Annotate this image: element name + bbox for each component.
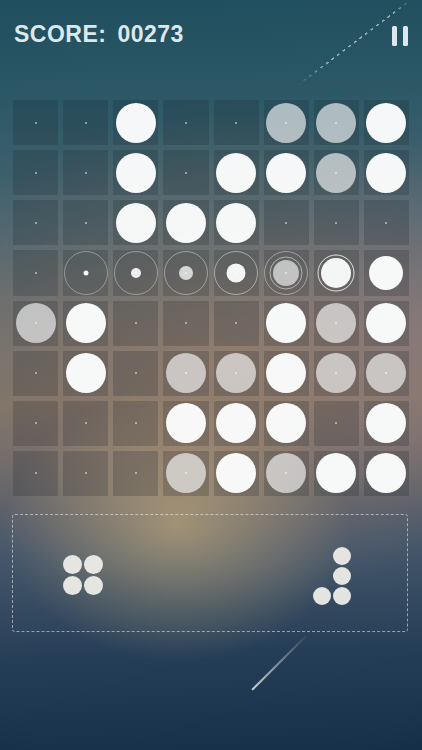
piece-dot [333,547,351,565]
piece-cell [313,547,331,565]
board-cell[interactable] [364,451,409,496]
placed-dot-gray [166,353,206,393]
board-cell[interactable] [113,200,158,245]
cell-center-dot [335,222,337,224]
board-cell[interactable] [163,100,208,145]
shrinking-dot [179,266,193,280]
shrinking-dot [369,256,403,290]
board-cell[interactable] [364,250,409,295]
board-cell[interactable] [314,301,359,346]
placed-dot-gray [16,303,56,343]
cell-center-dot [285,222,287,224]
piece-dot [63,555,82,574]
placed-dot-white [216,403,256,443]
piece-cell [63,576,82,595]
board-cell[interactable] [63,100,108,145]
board-cell[interactable] [364,401,409,446]
piece-dot [333,587,351,605]
cell-center-dot [35,222,37,224]
board-cell[interactable] [264,351,309,396]
board-cell[interactable] [264,451,309,496]
board-cell[interactable] [63,200,108,245]
board-cell[interactable] [63,451,108,496]
placed-dot-white [366,403,406,443]
piece-cell [313,587,331,605]
pause-button[interactable] [392,26,408,46]
tray-piece-2[interactable] [313,547,351,605]
board-cell[interactable] [163,301,208,346]
cell-center-dot [135,472,137,474]
placed-dot-white [216,453,256,493]
placed-dot-white [66,353,106,393]
placed-dot-white [166,203,206,243]
cell-center-dot [35,422,37,424]
board-cell[interactable] [264,150,309,195]
score-value: 00273 [117,21,183,48]
piece-dot [63,576,82,595]
board-cell[interactable] [163,200,208,245]
shrinking-dot [227,263,246,282]
placed-dot-white [66,303,106,343]
placed-dot-gray [266,453,306,493]
cell-center-dot [35,472,37,474]
board-cell[interactable] [113,250,158,295]
placed-dot-white [266,153,306,193]
board-cell[interactable] [63,250,108,295]
board-cell[interactable] [264,301,309,346]
board-cell[interactable] [364,100,409,145]
board-cell[interactable] [163,401,208,446]
board-cell[interactable] [163,351,208,396]
board-cell[interactable] [13,351,58,396]
piece-cell [313,567,331,585]
board-cell[interactable] [113,301,158,346]
placed-dot-white [216,203,256,243]
placed-dot-white [116,103,156,143]
board-cell[interactable] [214,150,259,195]
placed-dot-white [166,403,206,443]
cell-center-dot [235,122,237,124]
board-cell[interactable] [163,250,208,295]
board-cell[interactable] [113,451,158,496]
placed-dot-gray [316,353,356,393]
board-cell[interactable] [113,100,158,145]
piece-dot [333,567,351,585]
placed-dot-white [266,353,306,393]
piece-cell [333,587,351,605]
pause-icon [403,26,408,46]
board-cell[interactable] [13,401,58,446]
board-cell[interactable] [214,401,259,446]
cell-center-dot [35,122,37,124]
placed-dot-white [366,303,406,343]
cell-center-dot [85,122,87,124]
board-cell[interactable] [364,200,409,245]
placed-dot-white [366,453,406,493]
cell-center-dot [35,372,37,374]
piece-cell [84,555,103,574]
board-cell[interactable] [214,351,259,396]
board-cell[interactable] [314,100,359,145]
pause-icon [392,26,397,46]
cell-center-dot [185,172,187,174]
score-display: SCORE: 00273 [14,21,184,48]
cell-center-dot [385,222,387,224]
board-cell[interactable] [314,401,359,446]
board-cell[interactable] [214,451,259,496]
board-cell[interactable] [264,401,309,446]
shrinking-dot [273,260,299,286]
placed-dot-gray [316,303,356,343]
board-cell[interactable] [13,100,58,145]
placed-dot-white [216,153,256,193]
placed-dot-white [116,203,156,243]
board-cell[interactable] [214,100,259,145]
board-cell[interactable] [314,200,359,245]
cell-center-dot [35,172,37,174]
board-cell[interactable] [314,250,359,295]
piece-dot [313,587,331,605]
board-cell[interactable] [364,351,409,396]
game-screen: SCORE: 00273 [0,0,422,750]
board-cell[interactable] [264,200,309,245]
cell-center-dot [85,172,87,174]
placed-dot-white [316,453,356,493]
cell-center-dot [185,322,187,324]
piece-dot [84,555,103,574]
board-cell[interactable] [264,100,309,145]
board-cell[interactable] [63,150,108,195]
board-cell[interactable] [314,451,359,496]
cell-center-dot [185,122,187,124]
placed-dot-white [266,403,306,443]
board-cell[interactable] [163,150,208,195]
cell-center-dot [335,422,337,424]
background-streak-bottom [251,636,306,691]
cell-center-dot [85,422,87,424]
board-cell[interactable] [214,250,259,295]
board-cell[interactable] [314,351,359,396]
board-cell[interactable] [163,451,208,496]
board-cell[interactable] [364,301,409,346]
board-cell[interactable] [13,200,58,245]
cell-center-dot [135,322,137,324]
board-cell[interactable] [314,150,359,195]
placed-dot-gray [216,353,256,393]
cell-center-dot [235,322,237,324]
placed-dot-white [366,103,406,143]
placed-dot-gray [366,353,406,393]
board-cell[interactable] [63,301,108,346]
board-cell[interactable] [264,250,309,295]
board-cell[interactable] [113,351,158,396]
cell-center-dot [85,222,87,224]
piece-tray [12,514,408,632]
piece-cell [333,567,351,585]
piece-dot [84,576,103,595]
placed-dot-gray [266,103,306,143]
board-cell[interactable] [63,351,108,396]
board-cell[interactable] [113,150,158,195]
board-cell[interactable] [214,200,259,245]
board-cell[interactable] [13,150,58,195]
board-cell[interactable] [63,401,108,446]
cell-center-dot [35,272,37,274]
board-cell[interactable] [113,401,158,446]
board-cell[interactable] [13,451,58,496]
placed-dot-gray [316,153,356,193]
placed-dot-gray [166,453,206,493]
tray-piece-1[interactable] [63,555,103,595]
score-label: SCORE: [14,21,106,48]
board-cell[interactable] [364,150,409,195]
cell-center-dot [85,472,87,474]
shrinking-dot [83,270,88,275]
cell-center-dot [135,372,137,374]
piece-cell [63,555,82,574]
board [13,100,409,496]
placed-dot-white [266,303,306,343]
board-cell[interactable] [13,250,58,295]
header: SCORE: 00273 [0,0,422,60]
board-cell[interactable] [214,301,259,346]
placed-dot-gray [316,103,356,143]
shrinking-dot [131,268,141,278]
shrinking-dot [321,258,351,288]
piece-cell [333,547,351,565]
piece-cell [84,576,103,595]
placed-dot-white [366,153,406,193]
cell-center-dot [135,422,137,424]
placed-dot-white [116,153,156,193]
board-cell[interactable] [13,301,58,346]
